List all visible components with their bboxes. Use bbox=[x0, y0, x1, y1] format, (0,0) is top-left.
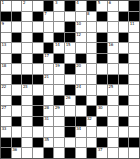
black-cell-r14c10 bbox=[97, 138, 107, 148]
black-cell-r11c4 bbox=[33, 106, 43, 116]
white-cell-r12c6[interactable] bbox=[54, 117, 64, 127]
white-cell-r4c13[interactable] bbox=[129, 33, 139, 43]
white-cell-r9c4[interactable] bbox=[33, 85, 43, 95]
black-cell-r14c12 bbox=[119, 138, 129, 148]
white-cell-r4c5[interactable] bbox=[44, 33, 54, 43]
white-cell-r3c3[interactable] bbox=[22, 22, 32, 32]
black-cell-r13c7 bbox=[65, 127, 75, 137]
white-cell-r1c11[interactable]: 6 bbox=[108, 1, 118, 11]
clue-number-12: 12 bbox=[76, 33, 81, 37]
white-cell-r3c13[interactable]: 11 bbox=[129, 22, 139, 32]
black-cell-r6c10 bbox=[97, 54, 107, 64]
black-cell-r14c2 bbox=[12, 138, 22, 148]
white-cell-r9c3[interactable]: 23 bbox=[22, 85, 32, 95]
white-cell-r3c1[interactable]: 9 bbox=[1, 22, 11, 32]
white-cell-r14c11[interactable] bbox=[108, 138, 118, 148]
clue-number-37: 37 bbox=[98, 148, 103, 152]
black-cell-r8c4 bbox=[33, 75, 43, 85]
white-cell-r10c11[interactable] bbox=[108, 96, 118, 106]
white-cell-r13c11[interactable] bbox=[108, 127, 118, 137]
white-cell-r7c11[interactable] bbox=[108, 64, 118, 74]
black-cell-r7c7 bbox=[65, 64, 75, 74]
clue-number-5: 5 bbox=[98, 1, 100, 5]
white-cell-r6c13[interactable] bbox=[129, 54, 139, 64]
white-cell-r15c2[interactable]: 36 bbox=[12, 148, 22, 158]
white-cell-r10c5[interactable] bbox=[44, 96, 54, 106]
white-cell-r12c1[interactable] bbox=[1, 117, 11, 127]
white-cell-r7c13[interactable] bbox=[129, 64, 139, 74]
white-cell-r11c10[interactable]: 30 bbox=[97, 106, 107, 116]
white-cell-r8c5[interactable]: 21 bbox=[44, 75, 54, 85]
white-cell-r11c8[interactable] bbox=[76, 106, 86, 116]
white-cell-r15c6[interactable] bbox=[54, 148, 64, 158]
white-cell-r8c9[interactable] bbox=[87, 75, 97, 85]
black-cell-r15c7 bbox=[65, 148, 75, 158]
clue-number-2: 2 bbox=[23, 1, 25, 5]
black-cell-r8c11 bbox=[108, 75, 118, 85]
white-cell-r3c9[interactable] bbox=[87, 22, 97, 32]
white-cell-r3c6[interactable] bbox=[54, 22, 64, 32]
black-cell-r6c12 bbox=[119, 54, 129, 64]
white-cell-r12c11[interactable] bbox=[108, 117, 118, 127]
black-cell-r8c10 bbox=[97, 75, 107, 85]
white-cell-r8c13[interactable] bbox=[129, 75, 139, 85]
white-cell-r13c5[interactable] bbox=[44, 127, 54, 137]
white-cell-r15c13[interactable] bbox=[129, 148, 139, 158]
clue-number-16: 16 bbox=[108, 43, 113, 47]
clue-number-27: 27 bbox=[2, 106, 7, 110]
white-cell-r6c3[interactable] bbox=[22, 54, 32, 64]
black-cell-r15c9 bbox=[87, 148, 97, 158]
white-cell-r9c10[interactable] bbox=[97, 85, 107, 95]
white-cell-r5c13[interactable] bbox=[129, 43, 139, 53]
white-cell-r13c13[interactable] bbox=[129, 127, 139, 137]
white-cell-r6c7[interactable] bbox=[65, 54, 75, 64]
white-cell-r14c3[interactable] bbox=[22, 138, 32, 148]
black-cell-r5c5 bbox=[44, 43, 54, 53]
crossword-grid: 1234567891011121314151617181920212223242… bbox=[0, 0, 140, 159]
white-cell-r15c4[interactable] bbox=[33, 148, 43, 158]
clue-number-3: 3 bbox=[55, 1, 57, 5]
white-cell-r3c5[interactable] bbox=[44, 22, 54, 32]
white-cell-r2c8[interactable] bbox=[76, 12, 86, 22]
black-cell-r14c13 bbox=[129, 138, 139, 148]
white-cell-r2c11[interactable] bbox=[108, 12, 118, 22]
white-cell-r12c3[interactable] bbox=[22, 117, 32, 127]
clue-number-32: 32 bbox=[87, 117, 92, 121]
clue-number-4: 4 bbox=[76, 1, 78, 5]
clue-number-25: 25 bbox=[108, 85, 113, 89]
white-cell-r6c5[interactable]: 17 bbox=[44, 54, 54, 64]
black-cell-r8c2 bbox=[12, 75, 22, 85]
black-cell-r10c10 bbox=[97, 96, 107, 106]
clue-number-35: 35 bbox=[44, 138, 49, 142]
white-cell-r4c8[interactable]: 12 bbox=[76, 33, 86, 43]
white-cell-r10c9[interactable] bbox=[87, 96, 97, 106]
white-cell-r9c13[interactable] bbox=[129, 85, 139, 95]
white-cell-r14c5[interactable]: 35 bbox=[44, 138, 54, 148]
white-cell-r11c5[interactable]: 28 bbox=[44, 106, 54, 116]
white-cell-r6c1[interactable] bbox=[1, 54, 11, 64]
clue-number-1: 1 bbox=[2, 1, 4, 5]
black-cell-r4c12 bbox=[119, 33, 129, 43]
white-cell-r10c1[interactable] bbox=[1, 96, 11, 106]
white-cell-r12c5[interactable]: 31 bbox=[44, 117, 54, 127]
white-cell-r3c4[interactable] bbox=[33, 22, 43, 32]
clue-number-21: 21 bbox=[44, 75, 49, 79]
white-cell-r15c3[interactable] bbox=[22, 148, 32, 158]
black-cell-r2c10 bbox=[97, 12, 107, 22]
white-cell-r15c12[interactable] bbox=[119, 148, 129, 158]
white-cell-r8c6[interactable] bbox=[54, 75, 64, 85]
black-cell-r2c4 bbox=[33, 12, 43, 22]
white-cell-r11c3[interactable] bbox=[22, 106, 32, 116]
white-cell-r1c8[interactable]: 4 bbox=[76, 1, 86, 11]
clue-number-15: 15 bbox=[66, 43, 71, 47]
white-cell-r7c1[interactable]: 18 bbox=[1, 64, 11, 74]
clue-number-24: 24 bbox=[76, 85, 81, 89]
white-cell-r11c1[interactable]: 27 bbox=[1, 106, 11, 116]
white-cell-r15c10[interactable]: 37 bbox=[97, 148, 107, 158]
black-cell-r12c7 bbox=[65, 117, 75, 127]
white-cell-r2c5[interactable]: 7 bbox=[44, 12, 54, 22]
black-cell-r11c9 bbox=[87, 106, 97, 116]
black-cell-r14c4 bbox=[33, 138, 43, 148]
clue-number-23: 23 bbox=[23, 85, 28, 89]
clue-number-9: 9 bbox=[2, 22, 4, 26]
white-cell-r13c1[interactable]: 33 bbox=[1, 127, 11, 137]
white-cell-r10c3[interactable] bbox=[22, 96, 32, 106]
white-cell-r7c8[interactable]: 20 bbox=[76, 64, 86, 74]
black-cell-r6c4 bbox=[33, 54, 43, 64]
clue-number-14: 14 bbox=[55, 43, 60, 47]
clue-number-17: 17 bbox=[44, 54, 49, 58]
white-cell-r5c1[interactable]: 13 bbox=[1, 43, 11, 53]
clue-number-28: 28 bbox=[44, 106, 49, 110]
clue-number-6: 6 bbox=[108, 1, 110, 5]
white-cell-r1c3[interactable]: 2 bbox=[22, 1, 32, 11]
white-cell-r1c12[interactable] bbox=[119, 1, 129, 11]
clue-number-33: 33 bbox=[2, 127, 7, 131]
clue-number-22: 22 bbox=[2, 85, 7, 89]
white-cell-r11c13[interactable] bbox=[129, 106, 139, 116]
black-cell-r12c4 bbox=[33, 117, 43, 127]
white-cell-r12c13[interactable] bbox=[129, 117, 139, 127]
black-cell-r5c10 bbox=[97, 43, 107, 53]
clue-number-8: 8 bbox=[87, 12, 89, 16]
white-cell-r9c2[interactable] bbox=[12, 85, 22, 95]
clue-number-30: 30 bbox=[98, 106, 103, 110]
black-cell-r12c12 bbox=[119, 117, 129, 127]
black-cell-r12c8 bbox=[76, 117, 86, 127]
white-cell-r7c4[interactable] bbox=[33, 64, 43, 74]
white-cell-r5c8[interactable] bbox=[76, 43, 86, 53]
clue-number-7: 7 bbox=[44, 12, 46, 16]
white-cell-r5c2[interactable] bbox=[12, 43, 22, 53]
black-cell-r4c7 bbox=[65, 33, 75, 43]
black-cell-r3c7 bbox=[65, 22, 75, 32]
white-cell-r13c8[interactable]: 34 bbox=[76, 127, 86, 137]
black-cell-r6c8 bbox=[76, 54, 86, 64]
clue-number-18: 18 bbox=[2, 64, 7, 68]
black-cell-r2c13 bbox=[129, 12, 139, 22]
white-cell-r14c6[interactable] bbox=[54, 138, 64, 148]
white-cell-r9c9[interactable] bbox=[87, 85, 97, 95]
white-cell-r13c12[interactable] bbox=[119, 127, 129, 137]
clue-number-11: 11 bbox=[130, 22, 135, 26]
white-cell-r7c6[interactable]: 19 bbox=[54, 64, 64, 74]
clue-number-13: 13 bbox=[2, 43, 7, 47]
black-cell-r6c2 bbox=[12, 54, 22, 64]
white-cell-r1c1[interactable]: 1 bbox=[1, 1, 11, 11]
white-cell-r10c7[interactable]: 26 bbox=[65, 96, 75, 106]
white-cell-r3c11[interactable] bbox=[108, 22, 118, 32]
black-cell-r10c12 bbox=[119, 96, 129, 106]
white-cell-r11c11[interactable] bbox=[108, 106, 118, 116]
clue-number-10: 10 bbox=[76, 22, 81, 26]
white-cell-r11c12[interactable] bbox=[119, 106, 129, 116]
white-cell-r3c8[interactable]: 10 bbox=[76, 22, 86, 32]
white-cell-r13c10[interactable] bbox=[97, 127, 107, 137]
black-cell-r10c2 bbox=[12, 96, 22, 106]
black-cell-r2c2 bbox=[12, 12, 22, 22]
black-cell-r4c10 bbox=[97, 33, 107, 43]
white-cell-r3c2[interactable] bbox=[12, 22, 22, 32]
black-cell-r4c2 bbox=[12, 33, 22, 43]
clue-number-31: 31 bbox=[44, 117, 49, 121]
white-cell-r14c9[interactable] bbox=[87, 138, 97, 148]
white-cell-r5c6[interactable]: 14 bbox=[54, 43, 64, 53]
white-cell-r4c11[interactable] bbox=[108, 33, 118, 43]
black-cell-r6c6 bbox=[54, 54, 64, 64]
white-cell-r2c7[interactable] bbox=[65, 12, 75, 22]
white-cell-r7c2[interactable] bbox=[12, 64, 22, 74]
white-cell-r1c6[interactable]: 3 bbox=[54, 1, 64, 11]
white-cell-r6c11[interactable] bbox=[108, 54, 118, 64]
black-cell-r12c10 bbox=[97, 117, 107, 127]
white-cell-r7c12[interactable] bbox=[119, 64, 129, 74]
white-cell-r3c12[interactable] bbox=[119, 22, 129, 32]
white-cell-r13c9[interactable] bbox=[87, 127, 97, 137]
black-cell-r12c2 bbox=[12, 117, 22, 127]
black-cell-r1c7 bbox=[65, 1, 75, 11]
white-cell-r8c1[interactable] bbox=[1, 75, 11, 85]
white-cell-r3c10[interactable] bbox=[97, 22, 107, 32]
black-cell-r9c7 bbox=[65, 85, 75, 95]
white-cell-r11c7[interactable] bbox=[65, 106, 75, 116]
white-cell-r4c1[interactable] bbox=[1, 33, 11, 43]
clue-number-29: 29 bbox=[55, 106, 60, 110]
white-cell-r5c11[interactable]: 16 bbox=[108, 43, 118, 53]
white-cell-r14c8[interactable] bbox=[76, 138, 86, 148]
white-cell-r6c9[interactable] bbox=[87, 54, 97, 64]
black-cell-r4c6 bbox=[54, 33, 64, 43]
white-cell-r9c11[interactable]: 25 bbox=[108, 85, 118, 95]
clue-number-26: 26 bbox=[66, 96, 71, 100]
white-cell-r11c2[interactable] bbox=[12, 106, 22, 116]
white-cell-r9c5[interactable] bbox=[44, 85, 54, 95]
white-cell-r13c4[interactable] bbox=[33, 127, 43, 137]
white-cell-r9c12[interactable] bbox=[119, 85, 129, 95]
white-cell-r5c3[interactable] bbox=[22, 43, 32, 53]
white-cell-r14c7[interactable] bbox=[65, 138, 75, 148]
clue-number-20: 20 bbox=[76, 64, 81, 68]
clue-number-36: 36 bbox=[12, 148, 17, 152]
black-cell-r1c9 bbox=[87, 1, 97, 11]
black-cell-r10c4 bbox=[33, 96, 43, 106]
white-cell-r7c9[interactable] bbox=[87, 64, 97, 74]
white-cell-r5c7[interactable]: 15 bbox=[65, 43, 75, 53]
white-cell-r4c9[interactable] bbox=[87, 33, 97, 43]
white-cell-r13c3[interactable] bbox=[22, 127, 32, 137]
white-cell-r15c8[interactable] bbox=[76, 148, 86, 158]
clue-number-19: 19 bbox=[55, 64, 60, 68]
white-cell-r10c13[interactable] bbox=[129, 96, 139, 106]
black-cell-r2c1 bbox=[1, 12, 11, 22]
white-cell-r2c6[interactable] bbox=[54, 12, 64, 22]
black-cell-r15c5 bbox=[44, 148, 54, 158]
black-cell-r10c6 bbox=[54, 96, 64, 106]
white-cell-r7c5[interactable] bbox=[44, 64, 54, 74]
white-cell-r5c4[interactable] bbox=[33, 43, 43, 53]
black-cell-r8c12 bbox=[119, 75, 129, 85]
white-cell-r7c3[interactable] bbox=[22, 64, 32, 74]
white-cell-r12c9[interactable]: 32 bbox=[87, 117, 97, 127]
black-cell-r4c4 bbox=[33, 33, 43, 43]
white-cell-r2c9[interactable]: 8 bbox=[87, 12, 97, 22]
white-cell-r13c6[interactable] bbox=[54, 127, 64, 137]
white-cell-r9c8[interactable]: 24 bbox=[76, 85, 86, 95]
white-cell-r13c2[interactable] bbox=[12, 127, 22, 137]
black-cell-r10c8 bbox=[76, 96, 86, 106]
white-cell-r9c6[interactable] bbox=[54, 85, 64, 95]
black-cell-r1c5 bbox=[44, 1, 54, 11]
white-cell-r5c9[interactable] bbox=[87, 43, 97, 53]
white-cell-r8c7[interactable] bbox=[65, 75, 75, 85]
white-cell-r9c1[interactable]: 22 bbox=[1, 85, 11, 95]
white-cell-r15c11[interactable] bbox=[108, 148, 118, 158]
white-cell-r5c12[interactable] bbox=[119, 43, 129, 53]
white-cell-r1c10[interactable]: 5 bbox=[97, 1, 107, 11]
white-cell-r2c3[interactable] bbox=[22, 12, 32, 22]
black-cell-r2c12 bbox=[119, 12, 129, 22]
white-cell-r1c2[interactable] bbox=[12, 1, 22, 11]
black-cell-r8c3 bbox=[22, 75, 32, 85]
black-cell-r14c1 bbox=[1, 138, 11, 148]
black-cell-r15c1 bbox=[1, 148, 11, 158]
black-cell-r1c13 bbox=[129, 1, 139, 11]
white-cell-r8c8[interactable] bbox=[76, 75, 86, 85]
white-cell-r4c3[interactable] bbox=[22, 33, 32, 43]
white-cell-r1c4[interactable] bbox=[33, 1, 43, 11]
white-cell-r7c10[interactable] bbox=[97, 64, 107, 74]
white-cell-r11c6[interactable]: 29 bbox=[54, 106, 64, 116]
clue-number-34: 34 bbox=[76, 127, 81, 131]
